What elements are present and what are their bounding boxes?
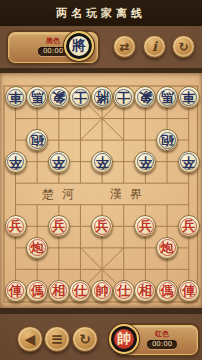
info-button[interactable]: i — [143, 35, 166, 58]
piece-glyph: 傌 — [31, 280, 44, 302]
piece-black-advisor[interactable]: 士 — [113, 86, 135, 108]
piece-red-advisor[interactable]: 仕 — [69, 280, 91, 302]
piece-glyph: 將 — [96, 86, 109, 108]
piece-black-elephant[interactable]: 象 — [134, 86, 156, 108]
piece-red-general[interactable]: 帥 — [91, 280, 113, 302]
black-general-badge: 將 — [64, 31, 94, 61]
menu-button[interactable]: ≡ — [44, 326, 70, 352]
piece-glyph: 卒 — [139, 151, 152, 173]
piece-black-soldier[interactable]: 卒 — [5, 151, 27, 173]
piece-glyph: 象 — [139, 86, 152, 108]
piece-glyph: 兵 — [9, 215, 22, 237]
piece-glyph: 卒 — [9, 151, 22, 173]
piece-red-advisor[interactable]: 仕 — [113, 280, 135, 302]
piece-black-general[interactable]: 將 — [91, 86, 113, 108]
piece-black-cannon[interactable]: 砲 — [156, 129, 178, 151]
restart-button-top[interactable]: ↻ — [172, 35, 195, 58]
piece-black-horse[interactable]: 馬 — [26, 86, 48, 108]
piece-glyph: 車 — [9, 86, 22, 108]
piece-black-horse[interactable]: 馬 — [156, 86, 178, 108]
piece-red-cannon[interactable]: 炮 — [26, 237, 48, 259]
app-screen: 两名玩家离线 黑色 00:00 將 ⇄ i ↻ 楚河 漢界 車馬象士將士象馬車砲… — [0, 0, 202, 360]
flip-board-button[interactable]: ⇄ — [113, 35, 136, 58]
piece-red-horse[interactable]: 傌 — [156, 280, 178, 302]
back-icon: ◀ — [25, 331, 36, 347]
piece-black-soldier[interactable]: 卒 — [48, 151, 70, 173]
restart-icon: ↻ — [178, 40, 188, 54]
menu-icon: ≡ — [51, 330, 64, 348]
piece-black-soldier[interactable]: 卒 — [178, 151, 200, 173]
piece-black-chariot[interactable]: 車 — [178, 86, 200, 108]
piece-glyph: 傌 — [161, 280, 174, 302]
piece-black-advisor[interactable]: 士 — [69, 86, 91, 108]
piece-red-soldier[interactable]: 兵 — [5, 215, 27, 237]
piece-glyph: 卒 — [96, 151, 109, 173]
piece-glyph: 炮 — [161, 237, 174, 259]
piece-red-soldier[interactable]: 兵 — [91, 215, 113, 237]
piece-black-cannon[interactable]: 砲 — [26, 129, 48, 151]
piece-glyph: 馬 — [31, 86, 44, 108]
piece-red-elephant[interactable]: 相 — [48, 280, 70, 302]
piece-glyph: 仕 — [117, 280, 130, 302]
black-player-label: 黑色 — [46, 37, 60, 45]
restart-button-bottom[interactable]: ↻ — [72, 326, 98, 352]
piece-black-soldier[interactable]: 卒 — [91, 151, 113, 173]
piece-glyph: 象 — [52, 86, 65, 108]
piece-glyph: 馬 — [161, 86, 174, 108]
piece-black-elephant[interactable]: 象 — [48, 86, 70, 108]
piece-glyph: 兵 — [52, 215, 65, 237]
red-player-label: 红色 — [155, 330, 169, 338]
status-text: 两名玩家离线 — [56, 6, 146, 21]
red-general-badge: 帥 — [109, 324, 139, 354]
piece-red-chariot[interactable]: 俥 — [178, 280, 200, 302]
piece-red-cannon[interactable]: 炮 — [156, 237, 178, 259]
piece-red-soldier[interactable]: 兵 — [178, 215, 200, 237]
piece-glyph: 仕 — [74, 280, 87, 302]
piece-glyph: 俥 — [9, 280, 22, 302]
red-general-glyph: 帥 — [117, 330, 131, 348]
piece-glyph: 俥 — [182, 280, 195, 302]
piece-glyph: 相 — [139, 280, 152, 302]
xiangqi-board[interactable]: 楚河 漢界 車馬象士將士象馬車砲砲卒卒卒卒卒兵兵兵兵兵炮炮俥傌相仕帥仕相傌俥 — [0, 68, 202, 314]
red-timer: 00:00 — [147, 340, 177, 349]
piece-glyph: 車 — [182, 86, 195, 108]
pieces-layer: 車馬象士將士象馬車砲砲卒卒卒卒卒兵兵兵兵兵炮炮俥傌相仕帥仕相傌俥 — [0, 73, 202, 308]
piece-glyph: 士 — [117, 86, 130, 108]
piece-glyph: 相 — [52, 280, 65, 302]
piece-glyph: 卒 — [182, 151, 195, 173]
piece-red-soldier[interactable]: 兵 — [134, 215, 156, 237]
piece-glyph: 兵 — [182, 215, 195, 237]
piece-red-soldier[interactable]: 兵 — [48, 215, 70, 237]
piece-glyph: 兵 — [139, 215, 152, 237]
piece-black-soldier[interactable]: 卒 — [134, 151, 156, 173]
piece-red-chariot[interactable]: 俥 — [5, 280, 27, 302]
back-button[interactable]: ◀ — [17, 326, 43, 352]
flip-icon: ⇄ — [119, 40, 129, 54]
piece-red-elephant[interactable]: 相 — [134, 280, 156, 302]
piece-glyph: 砲 — [31, 129, 44, 151]
piece-glyph: 帥 — [96, 280, 109, 302]
piece-glyph: 砲 — [161, 129, 174, 151]
restart-icon: ↻ — [79, 331, 91, 347]
piece-glyph: 兵 — [96, 215, 109, 237]
piece-glyph: 卒 — [52, 151, 65, 173]
piece-black-chariot[interactable]: 車 — [5, 86, 27, 108]
status-bar: 两名玩家离线 — [0, 0, 202, 26]
piece-glyph: 士 — [74, 86, 87, 108]
info-icon: i — [152, 39, 157, 54]
piece-red-horse[interactable]: 傌 — [26, 280, 48, 302]
black-general-glyph: 將 — [72, 37, 86, 55]
piece-glyph: 炮 — [31, 237, 44, 259]
